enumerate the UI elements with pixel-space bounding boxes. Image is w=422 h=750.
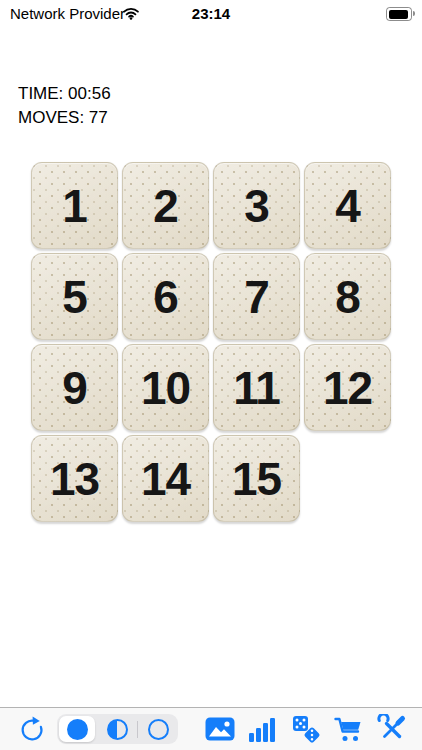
shuffle-button[interactable] (291, 714, 321, 744)
dice-icon (291, 714, 321, 744)
tile-15[interactable]: 15 (213, 435, 300, 522)
tile-12[interactable]: 12 (304, 344, 391, 431)
segment-outline-circle[interactable] (138, 714, 178, 744)
segment-half-circle[interactable] (97, 714, 137, 744)
half-circle-icon (107, 719, 128, 740)
moves-counter: MOVES: 77 (18, 106, 111, 130)
tile-style-segmented-control (57, 714, 178, 744)
photo-icon (205, 717, 235, 741)
tile-number: 2 (153, 179, 178, 233)
cart-icon (334, 715, 362, 743)
tile-number: 6 (153, 270, 178, 324)
tile-5[interactable]: 5 (31, 253, 118, 340)
tile-number: 5 (62, 270, 87, 324)
tile-number: 15 (232, 452, 281, 506)
tile-number: 14 (141, 452, 190, 506)
tile-number: 8 (335, 270, 360, 324)
tile-13[interactable]: 13 (31, 435, 118, 522)
outline-circle-icon (148, 719, 169, 740)
tile-number: 10 (141, 361, 190, 415)
toolbar (0, 707, 422, 750)
tile-1[interactable]: 1 (31, 162, 118, 249)
tile-9[interactable]: 9 (31, 344, 118, 431)
hud: TIME: 00:56 MOVES: 77 (18, 82, 111, 130)
tile-11[interactable]: 11 (213, 344, 300, 431)
settings-button[interactable] (377, 714, 407, 744)
restart-button[interactable] (17, 714, 47, 744)
board: 123456789101112131415 (31, 162, 391, 522)
tile-number: 7 (244, 270, 269, 324)
tile-number: 12 (323, 361, 372, 415)
tile-8[interactable]: 8 (304, 253, 391, 340)
tile-number: 1 (62, 179, 87, 233)
tile-number: 9 (62, 361, 87, 415)
restart-icon (18, 715, 46, 743)
tile-10[interactable]: 10 (122, 344, 209, 431)
empty-cell (304, 435, 391, 522)
tile-number: 13 (50, 452, 99, 506)
tile-14[interactable]: 14 (122, 435, 209, 522)
time-value: 00:56 (68, 84, 111, 103)
filled-circle-icon (67, 719, 88, 740)
tile-3[interactable]: 3 (213, 162, 300, 249)
time-label: TIME: (18, 84, 63, 103)
tile-4[interactable]: 4 (304, 162, 391, 249)
tile-7[interactable]: 7 (213, 253, 300, 340)
tools-icon (377, 714, 407, 744)
app-screen: Network Provider 23:14 TIME: 00:56 MOVES… (0, 0, 422, 750)
battery-icon (386, 7, 412, 21)
moves-label: MOVES: (18, 108, 84, 127)
tile-2[interactable]: 2 (122, 162, 209, 249)
shop-button[interactable] (333, 714, 363, 744)
time-counter: TIME: 00:56 (18, 82, 111, 106)
segment-filled-circle[interactable] (57, 714, 97, 744)
status-bar: Network Provider 23:14 (0, 0, 422, 28)
moves-value: 77 (89, 108, 108, 127)
status-time: 23:14 (0, 5, 422, 22)
stats-button[interactable] (247, 714, 277, 744)
tile-6[interactable]: 6 (122, 253, 209, 340)
tile-number: 11 (233, 361, 280, 415)
bar-chart-icon (248, 716, 276, 742)
photo-button[interactable] (205, 714, 235, 744)
tile-number: 3 (244, 179, 269, 233)
tile-number: 4 (335, 179, 360, 233)
